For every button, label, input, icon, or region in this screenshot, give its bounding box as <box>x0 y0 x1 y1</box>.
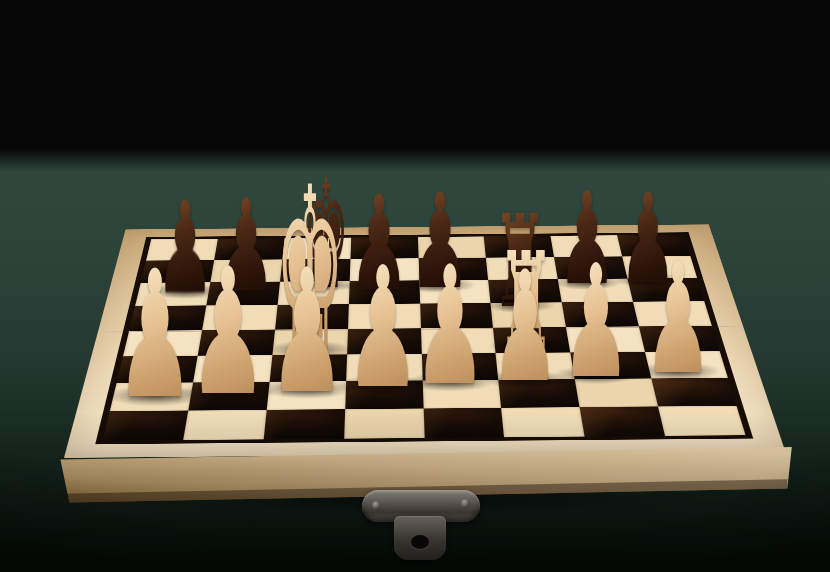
white-pawn: ♟ <box>116 248 195 424</box>
scene: ♟♟♚♟♟♜♟♟♚♜♟♟♟♟♟♟♟♟ <box>0 0 830 572</box>
pieces-layer: ♟♟♚♟♟♜♟♟♚♜♟♟♟♟♟♟♟♟ <box>0 0 830 572</box>
white-pawn: ♟ <box>644 243 713 396</box>
